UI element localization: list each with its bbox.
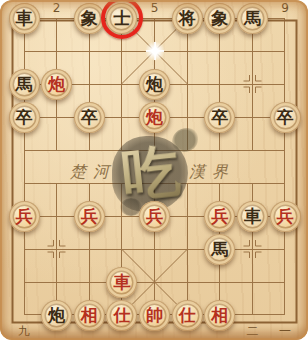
piece-red-兵[interactable]: 兵 — [204, 201, 235, 232]
piece-red-車[interactable]: 車 — [106, 267, 137, 298]
piece-black-士[interactable]: 士 — [106, 3, 137, 34]
piece-red-兵[interactable]: 兵 — [9, 201, 40, 232]
piece-black-将[interactable]: 将 — [172, 3, 203, 34]
piece-red-仕[interactable]: 仕 — [172, 300, 203, 331]
piece-red-兵[interactable]: 兵 — [139, 201, 170, 232]
piece-red-相[interactable]: 相 — [74, 300, 105, 331]
board-grid-lines — [0, 0, 308, 340]
piece-black-炮[interactable]: 炮 — [139, 69, 170, 100]
piece-black-卒[interactable]: 卒 — [270, 102, 301, 133]
file-label-top-5: 5 — [146, 2, 164, 14]
piece-black-馬[interactable]: 馬 — [9, 69, 40, 100]
piece-black-馬[interactable]: 馬 — [204, 234, 235, 265]
piece-black-炮[interactable]: 炮 — [41, 300, 72, 331]
file-label-bottom-二: 二 — [243, 325, 261, 337]
file-label-top-9: 9 — [276, 2, 294, 14]
piece-red-帥[interactable]: 帥 — [139, 300, 170, 331]
piece-black-卒[interactable]: 卒 — [9, 102, 40, 133]
piece-black-車[interactable]: 車 — [9, 3, 40, 34]
piece-black-車[interactable]: 車 — [237, 201, 268, 232]
piece-black-卒[interactable]: 卒 — [74, 102, 105, 133]
file-label-bottom-一: 一 — [276, 325, 294, 337]
piece-black-象[interactable]: 象 — [204, 3, 235, 34]
piece-red-炮[interactable]: 炮 — [41, 69, 72, 100]
piece-black-象[interactable]: 象 — [74, 3, 105, 34]
file-label-bottom-九: 九 — [15, 325, 33, 337]
piece-black-馬[interactable]: 馬 — [237, 3, 268, 34]
piece-red-相[interactable]: 相 — [204, 300, 235, 331]
file-label-top-2: 2 — [48, 2, 66, 14]
piece-red-炮[interactable]: 炮 — [139, 102, 170, 133]
piece-red-兵[interactable]: 兵 — [74, 201, 105, 232]
piece-red-仕[interactable]: 仕 — [106, 300, 137, 331]
piece-black-卒[interactable]: 卒 — [204, 102, 235, 133]
river-label-left: 楚河 — [70, 162, 116, 183]
river-label-right: 漢界 — [189, 162, 235, 183]
piece-red-兵[interactable]: 兵 — [270, 201, 301, 232]
xiangqi-board[interactable]: 楚河 漢界 吃 車象士将象馬馬炮炮卒卒炮卒卒兵兵兵兵車兵馬車炮相仕帥仕相259九… — [0, 0, 308, 340]
